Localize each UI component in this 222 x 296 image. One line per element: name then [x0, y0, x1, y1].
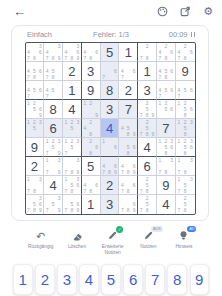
pencil-notes: 129	[82, 100, 100, 118]
pencil-notes: 3789	[63, 157, 81, 175]
cell-r5c8[interactable]: 7	[157, 119, 176, 138]
cell-r8c7[interactable]: 2578	[138, 176, 157, 195]
given-digit: 4	[162, 197, 169, 212]
given-digit: 9	[162, 178, 169, 193]
cell-r2c5[interactable]: 67	[101, 62, 120, 81]
pencil-notes: 25789	[138, 100, 156, 118]
given-digit: 4	[68, 102, 75, 117]
cell-r3c2[interactable]: 457	[44, 81, 63, 100]
advanced-notes-label: Erweiterte Notizen	[102, 244, 124, 256]
numpad-9[interactable]: 9	[190, 264, 210, 295]
cell-r2c2[interactable]: 4578	[44, 62, 63, 81]
cell-r5c9[interactable]: 12358	[176, 119, 195, 138]
pencil-notes: 4578	[44, 62, 62, 80]
cell-r9c9[interactable]: 2578	[176, 195, 195, 214]
given-digit: 3	[106, 102, 113, 117]
cell-r9c2[interactable]: 3579	[44, 195, 63, 214]
given-digit: 3	[143, 83, 150, 98]
cell-r7c5[interactable]: 46789	[101, 157, 120, 176]
pencil-notes: 278	[138, 43, 156, 61]
hint-ad-badge: AD	[187, 226, 196, 232]
pencil-notes: 3579	[44, 195, 62, 214]
cell-r7c4[interactable]: 5	[82, 157, 101, 176]
cell-r9c5[interactable]: 3	[101, 195, 120, 214]
cell-r3c6[interactable]: 2	[119, 81, 138, 100]
number-pad: 1 2 3 4 5 6 7 8 9	[13, 264, 209, 295]
given-digit: 7	[162, 121, 169, 136]
cell-r9c8[interactable]: 4	[157, 195, 176, 214]
given-digit: 2	[106, 178, 113, 193]
pencil-notes: 568	[119, 138, 137, 156]
cell-r4c4[interactable]: 129	[82, 100, 101, 119]
cell-r7c8[interactable]: 1378	[157, 157, 176, 176]
pencil-notes: 67	[101, 62, 119, 80]
cell-r4c3[interactable]: 4	[63, 100, 82, 119]
pencil-notes: 45678	[157, 62, 175, 80]
given-digit: 5	[87, 159, 94, 174]
pencil-notes: 12569	[26, 100, 44, 118]
cell-r1c8[interactable]: 24678	[157, 43, 176, 62]
pencil-notes: 56789	[63, 195, 81, 214]
cell-r6c3[interactable]: 12357	[63, 138, 82, 157]
pencil-notes: 4589	[119, 119, 137, 137]
pencil-notes: 16	[101, 138, 119, 156]
undo-label: Rückgängig	[28, 244, 53, 250]
given-digit: 8	[50, 102, 57, 117]
cell-r7c1[interactable]: 2	[26, 157, 45, 176]
cell-r7c7[interactable]: 6	[138, 157, 157, 176]
cell-r6c7[interactable]: 4	[138, 138, 157, 157]
advanced-notes-toggle[interactable]: ✓ Erweiterte Notizen	[101, 230, 125, 256]
cell-r3c9[interactable]: 4567	[176, 81, 195, 100]
pencil-notes: 46789	[119, 157, 137, 175]
difficulty-label: Einfach	[27, 30, 83, 39]
given-digit: 4	[143, 140, 150, 155]
given-digit: 9	[181, 64, 188, 79]
numpad-3[interactable]: 3	[57, 264, 77, 295]
given-digit: 6	[143, 159, 150, 174]
cell-r3c8[interactable]: 4567	[157, 81, 176, 100]
pencil-notes: 25789	[138, 119, 156, 137]
pencil-notes: 1378	[176, 157, 195, 175]
pencil-notes: 268	[82, 138, 100, 156]
given-digit: 1	[68, 83, 75, 98]
cell-r5c3[interactable]: 1235	[63, 119, 82, 138]
given-digit: 2	[31, 159, 38, 174]
cell-r1c2[interactable]: 34789	[44, 43, 63, 62]
cell-r5c6[interactable]: 4589	[119, 119, 138, 138]
cell-r1c3[interactable]: 346789	[63, 43, 82, 62]
numpad-6[interactable]: 6	[123, 264, 143, 295]
given-digit: 6	[50, 121, 57, 136]
cell-r8c5[interactable]: 2	[101, 176, 120, 195]
given-digit: 2	[68, 64, 75, 79]
hint-button[interactable]: AD Hinweis	[172, 230, 196, 256]
cell-r2c3[interactable]: 2	[63, 62, 82, 81]
cell-r4c1[interactable]: 12569	[26, 100, 45, 119]
numpad-8[interactable]: 8	[167, 264, 187, 295]
pencil-notes: 1379	[44, 157, 62, 175]
given-digit: 9	[87, 83, 94, 98]
cell-r2c8[interactable]: 45678	[157, 62, 176, 81]
cell-r8c9[interactable]: 13578	[176, 176, 195, 195]
pencil-notes: 12358	[176, 119, 195, 137]
game-card: Einfach Fehler: 1/3 00:09 34678347893467…	[11, 25, 209, 221]
pencil-notes: 1235	[26, 119, 44, 137]
pencil-notes: 2578	[138, 195, 156, 214]
pencil-notes: 2578	[176, 195, 195, 214]
cell-r4c5[interactable]: 3	[101, 100, 120, 119]
given-digit: 8	[106, 83, 113, 98]
cell-r4c2[interactable]: 8	[44, 100, 63, 119]
game-header: Einfach Fehler: 1/3 00:09	[12, 30, 208, 42]
cell-r5c5[interactable]: 4	[101, 119, 120, 138]
pencil-notes: 248	[82, 119, 100, 137]
pencil-notes: 4567	[26, 81, 44, 99]
cell-r2c9[interactable]: 9	[176, 62, 195, 81]
user-digit: 4	[106, 121, 113, 136]
pencil-notes: 123568	[176, 138, 195, 156]
cell-r5c4[interactable]: 248	[82, 119, 101, 138]
given-digit: 4	[50, 178, 57, 193]
mistakes-counter: Fehler: 1/3	[83, 30, 139, 39]
cell-r9c1[interactable]: 356789	[26, 195, 45, 214]
pencil-notes: 356789	[26, 195, 44, 214]
cell-r5c7[interactable]: 25789	[138, 119, 157, 138]
timer: 00:09	[169, 30, 188, 39]
pencil-notes: 13578	[176, 176, 195, 194]
cell-r8c8[interactable]: 9	[157, 176, 176, 195]
cell-r3c1[interactable]: 4567	[26, 81, 45, 100]
cell-r1c5[interactable]: 5	[101, 43, 120, 62]
pencil-notes: 6789	[119, 195, 137, 214]
pencil-notes: 24678	[176, 43, 195, 61]
cell-r1c4[interactable]: 4678	[82, 43, 101, 62]
cell-r4c8[interactable]: 1256	[157, 100, 176, 119]
given-digit: 1	[87, 197, 94, 212]
cell-r2c4[interactable]: 3	[82, 62, 101, 81]
top-bar: ← ⚙	[0, 0, 222, 24]
cell-r1c9[interactable]: 24678	[176, 43, 195, 62]
pencil-notes: 34789	[44, 43, 62, 61]
cell-r4c6[interactable]: 7	[119, 100, 138, 119]
cell-r6c5[interactable]: 16	[101, 138, 120, 157]
pause-button[interactable]	[191, 32, 196, 37]
settings-gear-icon[interactable]: ⚙	[203, 6, 213, 17]
cell-r6c2[interactable]: 123579	[44, 138, 63, 157]
pencil-notes: 4567	[176, 81, 195, 99]
notes-off-badge: AUS	[151, 226, 163, 232]
cell-r8c3[interactable]: 135678	[63, 176, 82, 195]
pencil-notes: 24678	[157, 43, 175, 61]
pencil-notes: 12357	[63, 138, 81, 156]
cell-r9c6[interactable]: 6789	[119, 195, 138, 214]
cell-r5c1[interactable]: 1235	[26, 119, 45, 138]
pencil-notes: 1378	[26, 176, 44, 194]
cell-r7c9[interactable]: 1378	[176, 157, 195, 176]
cell-r4c9[interactable]: 12568	[176, 100, 195, 119]
cell-r6c8[interactable]: 123568	[157, 138, 176, 157]
cell-r7c6[interactable]: 46789	[119, 157, 138, 176]
pencil-notes: 4678	[119, 176, 137, 194]
numpad-1[interactable]: 1	[13, 264, 33, 295]
given-digit: 7	[125, 102, 132, 117]
given-digit: 2	[125, 83, 132, 98]
given-digit: 3	[106, 197, 113, 212]
pencil-notes: 34678	[26, 43, 44, 61]
cell-r6c6[interactable]: 568	[119, 138, 138, 157]
given-digit: 1	[143, 64, 150, 79]
cell-r1c1[interactable]: 34678	[26, 43, 45, 62]
export-icon[interactable]	[180, 6, 191, 17]
palette-icon[interactable]	[157, 6, 168, 17]
cell-r1c6[interactable]: 1	[119, 43, 138, 62]
pencil-notes: 4678	[82, 43, 100, 61]
pencil-notes: 123568	[157, 138, 175, 156]
cell-r3c5[interactable]: 8	[101, 81, 120, 100]
undo-icon: ↶	[36, 231, 45, 242]
cell-r2c6[interactable]: 467	[119, 62, 138, 81]
cell-r6c9[interactable]: 123568	[176, 138, 195, 157]
pencil-notes: 467	[119, 62, 137, 80]
undo-button[interactable]: ↶ Rückgängig	[28, 230, 53, 256]
cell-r8c6[interactable]: 4678	[119, 176, 138, 195]
pencil-notes: 46789	[101, 157, 119, 175]
cell-r8c1[interactable]: 1378	[26, 176, 45, 195]
cell-r3c7[interactable]: 3	[138, 81, 157, 100]
pencil-notes: 135678	[63, 176, 81, 194]
pencil-notes: 123579	[44, 138, 62, 156]
pencil-notes: 4567	[157, 81, 175, 99]
cell-r8c4[interactable]: 4678	[82, 176, 101, 195]
pencil-notes: 457	[44, 81, 62, 99]
cell-r7c2[interactable]: 1379	[44, 157, 63, 176]
top-bar-actions: ⚙	[157, 6, 213, 17]
cell-r9c7[interactable]: 2578	[138, 195, 157, 214]
pencil-notes: 1256	[157, 100, 175, 118]
pencil-notes: 1378	[157, 157, 175, 175]
numpad-5[interactable]: 5	[101, 264, 121, 295]
cell-r1c7[interactable]: 278	[138, 43, 157, 62]
back-button[interactable]: ←	[13, 4, 26, 19]
cell-r8c2[interactable]: 4	[44, 176, 63, 195]
pencil-notes: 346789	[63, 43, 81, 61]
bottom-toolbar: ↶ Rückgängig Löschen ✓ Erweiterte Notize…	[28, 230, 196, 256]
cell-r3c4[interactable]: 9	[82, 81, 101, 100]
given-digit: 1	[125, 45, 132, 60]
notes-toggle[interactable]: AUS Notizen	[136, 230, 160, 256]
cell-r7c3[interactable]: 3789	[63, 157, 82, 176]
pencil-notes: 4678	[82, 176, 100, 194]
pencil-notes: 2578	[138, 176, 156, 194]
cell-r3c3[interactable]: 1	[63, 81, 82, 100]
cell-r6c1[interactable]: 9	[26, 138, 45, 157]
erase-label: Löschen	[68, 244, 86, 250]
numpad-4[interactable]: 4	[79, 264, 99, 295]
cell-r9c4[interactable]: 1	[82, 195, 101, 214]
cell-r2c1[interactable]: 45678	[26, 62, 45, 81]
pencil-notes: 45678	[26, 62, 44, 80]
given-digit: 5	[106, 45, 113, 60]
cell-r6c4[interactable]: 268	[82, 138, 101, 157]
cell-r9c3[interactable]: 56789	[63, 195, 82, 214]
pencil-notes: 1235	[63, 119, 81, 137]
advanced-notes-on-badge: ✓	[116, 226, 123, 233]
given-digit: 9	[31, 140, 38, 155]
erase-button[interactable]: Löschen	[65, 230, 89, 256]
pencil-notes: 12568	[176, 100, 195, 118]
numpad-7[interactable]: 7	[145, 264, 165, 295]
sudoku-board[interactable]: 3467834789346789467851278246782467845678…	[25, 42, 196, 215]
eraser-icon	[72, 230, 83, 242]
cell-r5c2[interactable]: 6	[44, 119, 63, 138]
cell-r4c7[interactable]: 25789	[138, 100, 157, 119]
cell-r2c7[interactable]: 1	[138, 62, 157, 81]
given-digit: 3	[87, 64, 94, 79]
numpad-2[interactable]: 2	[35, 264, 55, 295]
